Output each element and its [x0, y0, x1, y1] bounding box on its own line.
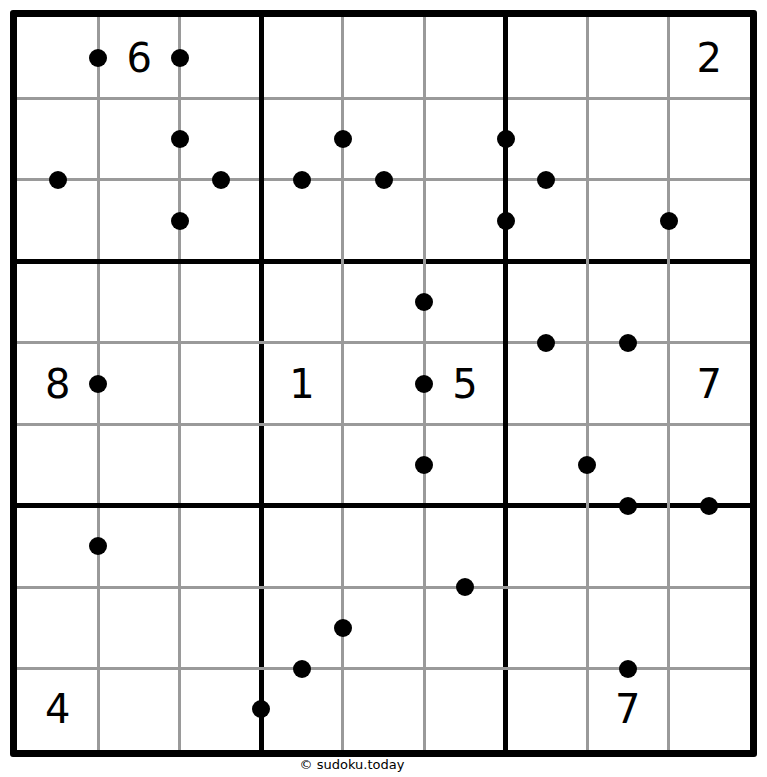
given-digit-r1c9: 2: [697, 38, 722, 78]
grid-line-vertical: [586, 17, 589, 750]
consecutive-dot-r8c4-r8c5: [334, 619, 352, 637]
consecutive-dot-r6c8-r7c8: [619, 497, 637, 515]
sudoku-board: 62815747: [10, 10, 757, 757]
grid-line-horizontal: [17, 341, 750, 344]
consecutive-dot-r7c1-r7c2: [89, 537, 107, 555]
cell-r1c6[interactable]: [424, 17, 505, 98]
given-digit-r5c9: 7: [697, 364, 722, 404]
cell-r4c8[interactable]: [587, 261, 668, 342]
grid-line-vertical: [178, 17, 181, 750]
cell-r6c8[interactable]: [587, 424, 668, 505]
grid-line-vertical: [667, 17, 670, 750]
cell-r9c7[interactable]: [506, 669, 587, 750]
cell-r9c5[interactable]: [343, 669, 424, 750]
cell-r6c5[interactable]: [343, 424, 424, 505]
cell-r2c7[interactable]: [506, 98, 587, 179]
consecutive-dot-r2c4-r2c5: [334, 130, 352, 148]
block-separator-vertical: [503, 17, 508, 750]
cell-r2c2[interactable]: [98, 98, 179, 179]
cell-r3c3[interactable]: [180, 180, 261, 261]
cell-r9c9[interactable]: [669, 669, 750, 750]
cell-r7c9[interactable]: [669, 506, 750, 587]
cell-r8c8[interactable]: [587, 587, 668, 668]
cell-r6c2[interactable]: [98, 424, 179, 505]
cell-r1c1[interactable]: [17, 17, 98, 98]
cell-r3c5[interactable]: [343, 180, 424, 261]
consecutive-dot-r6c7-r6c8: [578, 456, 596, 474]
cell-r2c5[interactable]: [343, 98, 424, 179]
grid-line-horizontal: [17, 586, 750, 589]
cell-r4c4[interactable]: [261, 261, 342, 342]
cell-r3c8[interactable]: [587, 180, 668, 261]
footer-credit: © sudoku.today: [300, 757, 405, 772]
cell-r3c7[interactable]: [506, 180, 587, 261]
cell-r1c8[interactable]: [587, 17, 668, 98]
cell-r5c7[interactable]: [506, 343, 587, 424]
cell-r9c3[interactable]: [180, 669, 261, 750]
consecutive-dot-r2c6-r2c7: [497, 130, 515, 148]
cell-r2c3[interactable]: [180, 98, 261, 179]
block-separator-vertical: [259, 17, 264, 750]
block-separator-horizontal: [17, 503, 750, 508]
consecutive-dot-r5c5-r5c6: [415, 375, 433, 393]
consecutive-dot-r3c2-r3c3: [171, 212, 189, 230]
cell-r3c2[interactable]: [98, 180, 179, 261]
block-separator-horizontal: [17, 259, 750, 264]
cell-r2c6[interactable]: [424, 98, 505, 179]
cell-r5c8[interactable]: [587, 343, 668, 424]
cell-r8c7[interactable]: [506, 587, 587, 668]
cell-r6c6[interactable]: [424, 424, 505, 505]
cell-r1c5[interactable]: [343, 17, 424, 98]
cell-r6c1[interactable]: [17, 424, 98, 505]
cell-r8c5[interactable]: [343, 587, 424, 668]
cell-r4c9[interactable]: [669, 261, 750, 342]
cell-r7c4[interactable]: [261, 506, 342, 587]
cell-r6c7[interactable]: [506, 424, 587, 505]
given-digit-r9c1: 4: [45, 689, 70, 729]
given-digit-r9c8: 7: [615, 689, 640, 729]
cell-r7c5[interactable]: [343, 506, 424, 587]
cell-r7c3[interactable]: [180, 506, 261, 587]
cell-r3c1[interactable]: [17, 180, 98, 261]
cell-r8c2[interactable]: [98, 587, 179, 668]
grid-line-horizontal: [17, 97, 750, 100]
cell-r7c8[interactable]: [587, 506, 668, 587]
cell-r9c2[interactable]: [98, 669, 179, 750]
consecutive-dot-r2c7-r3c7: [537, 171, 555, 189]
cell-r1c4[interactable]: [261, 17, 342, 98]
cell-r7c2[interactable]: [98, 506, 179, 587]
cell-r8c6[interactable]: [424, 587, 505, 668]
cell-r7c7[interactable]: [506, 506, 587, 587]
cell-r3c6[interactable]: [424, 180, 505, 261]
cell-r8c3[interactable]: [180, 587, 261, 668]
cell-r7c6[interactable]: [424, 506, 505, 587]
consecutive-dot-r2c5-r3c5: [375, 171, 393, 189]
cell-r2c8[interactable]: [587, 98, 668, 179]
cell-r4c5[interactable]: [343, 261, 424, 342]
consecutive-dot-r1c1-r1c2: [89, 49, 107, 67]
cell-r6c4[interactable]: [261, 424, 342, 505]
consecutive-dot-r2c2-r2c3: [171, 130, 189, 148]
consecutive-dot-r6c9-r7c9: [700, 497, 718, 515]
grid-line-horizontal: [17, 423, 750, 426]
consecutive-dot-r1c2-r1c3: [171, 49, 189, 67]
consecutive-dot-r6c5-r6c6: [415, 456, 433, 474]
cell-r9c4[interactable]: [261, 669, 342, 750]
cell-r8c9[interactable]: [669, 587, 750, 668]
consecutive-dot-r2c3-r3c3: [212, 171, 230, 189]
consecutive-dot-r2c1-r3c1: [49, 171, 67, 189]
grid-line-horizontal: [17, 667, 750, 670]
consecutive-dot-r4c5-r4c6: [415, 293, 433, 311]
cell-r1c3[interactable]: [180, 17, 261, 98]
cell-r4c2[interactable]: [98, 261, 179, 342]
cell-r4c1[interactable]: [17, 261, 98, 342]
consecutive-dot-r8c4-r9c4: [293, 660, 311, 678]
cell-r2c9[interactable]: [669, 98, 750, 179]
cell-r1c7[interactable]: [506, 17, 587, 98]
cell-r5c5[interactable]: [343, 343, 424, 424]
cell-r2c1[interactable]: [17, 98, 98, 179]
consecutive-dot-r2c4-r3c4: [293, 171, 311, 189]
consecutive-dot-r8c8-r9c8: [619, 660, 637, 678]
cell-r2c4[interactable]: [261, 98, 342, 179]
cell-r4c6[interactable]: [424, 261, 505, 342]
cell-r5c3[interactable]: [180, 343, 261, 424]
given-digit-r5c4: 1: [289, 364, 314, 404]
consecutive-dot-r5c1-r5c2: [89, 375, 107, 393]
given-digit-r1c2: 6: [126, 38, 151, 78]
consecutive-dot-r3c6-r3c7: [497, 212, 515, 230]
consecutive-dot-r4c8-r5c8: [619, 334, 637, 352]
cell-r5c2[interactable]: [98, 343, 179, 424]
cell-r3c9[interactable]: [669, 180, 750, 261]
consecutive-dot-r3c8-r3c9: [660, 212, 678, 230]
given-digit-r5c6: 5: [452, 364, 477, 404]
cell-r6c9[interactable]: [669, 424, 750, 505]
consecutive-dot-r7c6-r8c6: [456, 578, 474, 596]
cell-r8c1[interactable]: [17, 587, 98, 668]
cell-r4c3[interactable]: [180, 261, 261, 342]
cell-r4c7[interactable]: [506, 261, 587, 342]
cell-r3c4[interactable]: [261, 180, 342, 261]
grid-line-vertical: [341, 17, 344, 750]
cell-r7c1[interactable]: [17, 506, 98, 587]
cell-r9c6[interactable]: [424, 669, 505, 750]
cell-r8c4[interactable]: [261, 587, 342, 668]
given-digit-r5c1: 8: [45, 364, 70, 404]
consecutive-dot-r9c3-r9c4: [252, 700, 270, 718]
consecutive-dot-r4c7-r5c7: [537, 334, 555, 352]
cell-r6c3[interactable]: [180, 424, 261, 505]
